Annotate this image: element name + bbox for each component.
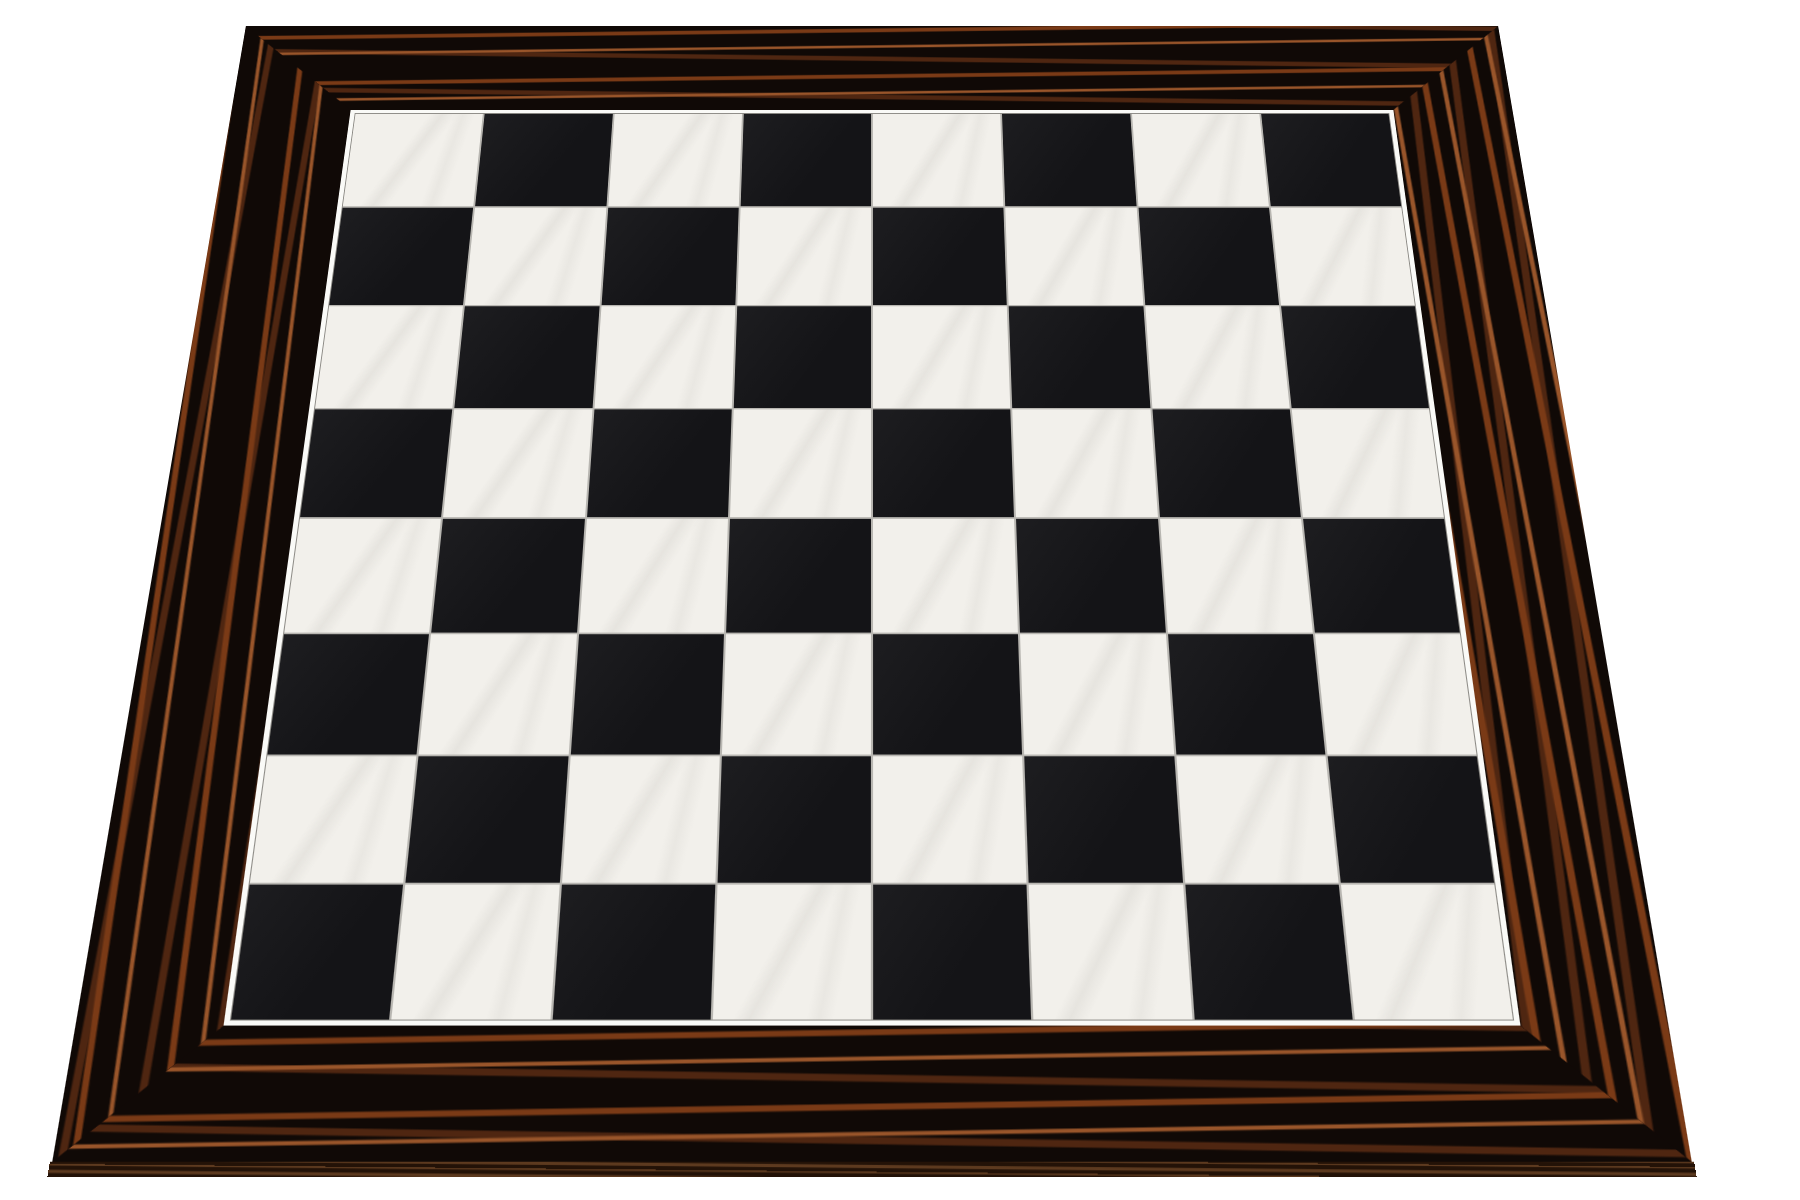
square-f2: [1024, 756, 1182, 883]
product-photo-scene: [0, 0, 1800, 1200]
square-d2: [717, 756, 871, 883]
square-e8: [873, 114, 1004, 206]
square-g5: [1152, 410, 1301, 518]
square-e1: [873, 885, 1031, 1020]
square-e4: [873, 519, 1018, 633]
square-f5: [1012, 410, 1157, 518]
frame-bottom-rail: [52, 1026, 1692, 1162]
square-f8: [1002, 114, 1136, 206]
square-h8: [1261, 114, 1401, 206]
square-c7: [601, 207, 738, 304]
square-b2: [406, 756, 568, 883]
square-c2: [561, 756, 719, 883]
square-a3: [268, 634, 430, 754]
square-h2: [1327, 756, 1494, 883]
square-b1: [392, 885, 560, 1020]
square-e6: [873, 306, 1011, 408]
square-h3: [1315, 634, 1477, 754]
square-d7: [737, 207, 871, 304]
square-d3: [722, 634, 871, 754]
square-c4: [579, 519, 728, 633]
square-a4: [284, 519, 441, 633]
square-b7: [465, 207, 606, 304]
square-d6: [734, 306, 872, 408]
square-h7: [1271, 207, 1415, 304]
square-g3: [1168, 634, 1326, 754]
square-a1: [231, 885, 403, 1020]
square-b8: [475, 114, 612, 206]
square-g1: [1185, 885, 1353, 1020]
square-f3: [1020, 634, 1173, 754]
square-d5: [730, 410, 871, 518]
square-h4: [1303, 519, 1460, 633]
square-b6: [455, 306, 600, 408]
square-a2: [250, 756, 417, 883]
square-d4: [726, 519, 871, 633]
square-e7: [873, 207, 1007, 304]
square-b4: [431, 519, 584, 633]
square-c5: [587, 410, 732, 518]
square-d8: [740, 114, 871, 206]
playing-area-grid: [231, 114, 1513, 1020]
board-side-edge: [47, 1162, 1696, 1177]
square-g6: [1145, 306, 1290, 408]
square-e5: [873, 410, 1014, 518]
square-b5: [443, 410, 592, 518]
square-e2: [873, 756, 1027, 883]
square-g4: [1160, 519, 1313, 633]
chess-board: [52, 26, 1692, 1161]
square-h6: [1281, 306, 1429, 408]
square-a8: [343, 114, 483, 206]
square-g8: [1132, 114, 1269, 206]
square-g7: [1138, 207, 1279, 304]
square-f4: [1016, 519, 1165, 633]
square-e3: [873, 634, 1022, 754]
frame-top-rail: [232, 26, 1513, 110]
square-d1: [713, 885, 871, 1020]
square-h1: [1341, 885, 1513, 1020]
square-b3: [419, 634, 577, 754]
square-c1: [552, 885, 715, 1020]
square-f1: [1029, 885, 1192, 1020]
square-g2: [1176, 756, 1338, 883]
square-a5: [300, 410, 452, 518]
square-a7: [329, 207, 473, 304]
square-f7: [1005, 207, 1142, 304]
square-c8: [608, 114, 742, 206]
square-h5: [1292, 410, 1444, 518]
square-c6: [594, 306, 735, 408]
square-f6: [1009, 306, 1150, 408]
square-c3: [570, 634, 723, 754]
square-a6: [315, 306, 463, 408]
